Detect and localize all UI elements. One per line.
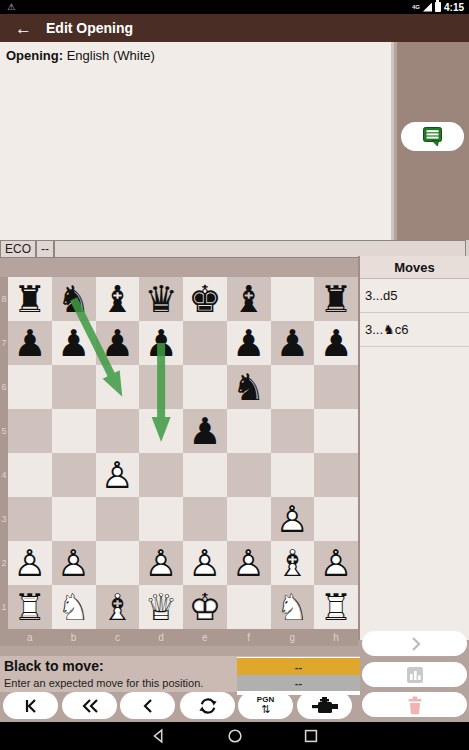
back-move-button[interactable]	[120, 692, 175, 719]
black-bishop: ♝	[96, 277, 140, 321]
move-item[interactable]: 3...d5	[360, 279, 469, 313]
white-rook: ♖	[8, 585, 52, 629]
rank-label-6: 6	[0, 365, 8, 409]
stats-button[interactable]	[362, 662, 467, 687]
square-d2[interactable]: ♙	[139, 541, 183, 585]
score-bottom-bar: --	[237, 675, 360, 691]
square-c8[interactable]: ♝	[96, 277, 140, 321]
square-h4[interactable]	[314, 453, 358, 497]
square-g4[interactable]	[271, 453, 315, 497]
nav-back-icon[interactable]	[150, 727, 168, 745]
score-top-bar: --	[237, 658, 360, 675]
skip-to-start-icon	[20, 696, 42, 716]
square-b1[interactable]: ♘	[52, 585, 96, 629]
opening-label: Opening:	[6, 48, 63, 63]
eco-value[interactable]: --	[36, 240, 54, 258]
board-zone: 87654321 ♜♞♝♛♚♝♜♟♟♟♟♟♟♟♞♟♙♙♙♙♙♙♙♗♙♖♘♗♕♔♘…	[0, 277, 358, 646]
white-queen: ♕	[139, 585, 183, 629]
square-h3[interactable]	[314, 497, 358, 541]
white-pawn: ♙	[271, 497, 315, 541]
engine-button[interactable]	[297, 692, 352, 719]
file-label-g: g	[271, 629, 315, 646]
white-bishop: ♗	[271, 541, 315, 585]
rank-label-3: 3	[0, 497, 8, 541]
square-h1[interactable]: ♖	[314, 585, 358, 629]
chevron-left-icon	[137, 696, 159, 716]
chevron-right-icon	[405, 635, 425, 653]
black-queen: ♛	[139, 277, 183, 321]
square-b7[interactable]: ♟	[52, 321, 96, 365]
flip-refresh-button[interactable]	[180, 692, 235, 719]
square-a5[interactable]	[8, 409, 52, 453]
square-a4[interactable]	[8, 453, 52, 497]
square-g8[interactable]	[271, 277, 315, 321]
white-pawn: ♙	[8, 541, 52, 585]
square-f5[interactable]	[227, 409, 271, 453]
square-e6[interactable]	[183, 365, 227, 409]
square-h5[interactable]	[314, 409, 358, 453]
rank-label-1: 1	[0, 585, 8, 629]
square-c3[interactable]	[96, 497, 140, 541]
edit-opening-screen: { "status_bar": { "time": "4:15", "signa…	[0, 0, 469, 750]
white-pawn: ♙	[227, 541, 271, 585]
square-b3[interactable]	[52, 497, 96, 541]
chess-board[interactable]: ♜♞♝♛♚♝♜♟♟♟♟♟♟♟♞♟♙♙♙♙♙♙♙♗♙♖♘♗♕♔♘♖	[8, 277, 358, 629]
pgn-button[interactable]: PGN ⇅	[238, 692, 293, 719]
moves-panel-title: Moves	[360, 256, 469, 279]
white-knight: ♘	[271, 585, 315, 629]
square-h6[interactable]	[314, 365, 358, 409]
square-f6[interactable]: ♞	[227, 365, 271, 409]
file-label-f: f	[227, 629, 271, 646]
rank-label-8: 8	[0, 277, 8, 321]
square-a1[interactable]: ♖	[8, 585, 52, 629]
square-b4[interactable]	[52, 453, 96, 497]
signal-icon	[423, 3, 432, 12]
square-e7[interactable]	[183, 321, 227, 365]
file-label-d: d	[139, 629, 183, 646]
page-title: Edit Opening	[46, 20, 133, 36]
file-label-h: h	[314, 629, 358, 646]
square-g1[interactable]: ♘	[271, 585, 315, 629]
black-pawn: ♟	[96, 321, 140, 365]
square-e5[interactable]: ♟	[183, 409, 227, 453]
bar-chart-icon	[405, 666, 425, 684]
square-c2[interactable]	[96, 541, 140, 585]
file-label-b: b	[52, 629, 96, 646]
warning-icon: ⚠	[7, 3, 15, 12]
white-pawn: ♙	[314, 541, 358, 585]
square-c5[interactable]	[96, 409, 140, 453]
black-knight: ♞	[227, 365, 271, 409]
square-f4[interactable]	[227, 453, 271, 497]
nav-recents-icon[interactable]	[302, 727, 320, 745]
square-h8[interactable]: ♜	[314, 277, 358, 321]
score-card: -- --	[237, 657, 360, 695]
square-a7[interactable]: ♟	[8, 321, 52, 365]
white-knight: ♘	[52, 585, 96, 629]
double-chevron-left-icon	[78, 696, 102, 716]
file-label-c: c	[96, 629, 140, 646]
file-label-a: a	[8, 629, 52, 646]
black-rook: ♜	[314, 277, 358, 321]
square-c4[interactable]: ♙	[96, 453, 140, 497]
signal-4g-label: 4G	[412, 4, 420, 10]
refresh-icon	[197, 695, 219, 717]
go-to-start-button[interactable]	[3, 692, 58, 719]
rank-label-2: 2	[0, 541, 8, 585]
square-b5[interactable]	[52, 409, 96, 453]
square-d8[interactable]: ♛	[139, 277, 183, 321]
square-f3[interactable]	[227, 497, 271, 541]
move-item[interactable]: 3...♞c6	[360, 313, 469, 347]
clock-time: 4:15	[444, 2, 464, 13]
back-arrow-icon[interactable]: ←	[15, 20, 32, 37]
square-f7[interactable]: ♟	[227, 321, 271, 365]
square-b6[interactable]	[52, 365, 96, 409]
square-e1[interactable]: ♔	[183, 585, 227, 629]
square-c6[interactable]	[96, 365, 140, 409]
square-g7[interactable]: ♟	[271, 321, 315, 365]
trash-icon	[406, 695, 424, 715]
square-c1[interactable]: ♗	[96, 585, 140, 629]
status-bar: ⚠ 4G 4:15	[0, 0, 469, 14]
square-e8[interactable]: ♚	[183, 277, 227, 321]
black-pawn: ♟	[139, 321, 183, 365]
square-b8[interactable]: ♞	[52, 277, 96, 321]
nav-home-icon[interactable]	[226, 727, 244, 745]
square-d7[interactable]: ♟	[139, 321, 183, 365]
opening-description-panel[interactable]: Opening: English (White)	[0, 42, 394, 240]
white-rook: ♖	[314, 585, 358, 629]
comment-icon	[421, 125, 444, 148]
black-rook: ♜	[8, 277, 52, 321]
moves-panel: Moves 3...d53...♞c6	[358, 256, 469, 640]
file-labels: abcdefgh	[8, 629, 358, 646]
black-bishop: ♝	[227, 277, 271, 321]
square-e3[interactable]	[183, 497, 227, 541]
square-f1[interactable]	[227, 585, 271, 629]
file-label-e: e	[183, 629, 227, 646]
square-d1[interactable]: ♕	[139, 585, 183, 629]
black-pawn: ♟	[271, 321, 315, 365]
square-d4[interactable]	[139, 453, 183, 497]
square-d5[interactable]	[139, 409, 183, 453]
fast-back-button[interactable]	[62, 692, 117, 719]
white-pawn: ♙	[96, 453, 140, 497]
app-bar: ← Edit Opening	[0, 14, 469, 42]
square-f8[interactable]: ♝	[227, 277, 271, 321]
rank-label-5: 5	[0, 409, 8, 453]
turn-hint: Enter an expected move for this position…	[4, 677, 203, 689]
black-pawn: ♟	[8, 321, 52, 365]
square-e2[interactable]: ♙	[183, 541, 227, 585]
black-pawn: ♟	[183, 409, 227, 453]
square-c7[interactable]: ♟	[96, 321, 140, 365]
rank-labels: 87654321	[0, 277, 8, 629]
rank-label-7: 7	[0, 321, 8, 365]
square-f2[interactable]: ♙	[227, 541, 271, 585]
pgn-updown-icon: ⇅	[261, 704, 270, 715]
square-h2[interactable]: ♙	[314, 541, 358, 585]
square-d3[interactable]	[139, 497, 183, 541]
black-king: ♚	[183, 277, 227, 321]
turn-label: Black to move:	[4, 658, 104, 674]
square-a2[interactable]: ♙	[8, 541, 52, 585]
square-g2[interactable]: ♗	[271, 541, 315, 585]
black-pawn: ♟	[52, 321, 96, 365]
white-pawn: ♙	[183, 541, 227, 585]
rank-label-4: 4	[0, 453, 8, 497]
square-a3[interactable]	[8, 497, 52, 541]
black-pawn: ♟	[314, 321, 358, 365]
black-knight: ♞	[52, 277, 96, 321]
delete-button[interactable]	[362, 692, 467, 717]
battery-icon	[435, 2, 441, 12]
square-g5[interactable]	[271, 409, 315, 453]
white-king: ♔	[183, 585, 227, 629]
android-nav-bar	[0, 722, 469, 750]
square-g6[interactable]	[271, 365, 315, 409]
square-a8[interactable]: ♜	[8, 277, 52, 321]
square-d6[interactable]	[139, 365, 183, 409]
comment-button[interactable]	[401, 122, 464, 151]
forward-move-button[interactable]	[362, 631, 467, 656]
white-pawn: ♙	[139, 541, 183, 585]
square-e4[interactable]	[183, 453, 227, 497]
white-bishop: ♗	[96, 585, 140, 629]
square-a6[interactable]	[8, 365, 52, 409]
white-pawn: ♙	[52, 541, 96, 585]
eco-label: ECO	[0, 240, 36, 258]
opening-value: English (White)	[67, 48, 155, 63]
moves-list[interactable]: 3...d53...♞c6	[360, 279, 469, 347]
square-b2[interactable]: ♙	[52, 541, 96, 585]
square-h7[interactable]: ♟	[314, 321, 358, 365]
engine-icon	[312, 696, 338, 715]
black-pawn: ♟	[227, 321, 271, 365]
square-g3[interactable]: ♙	[271, 497, 315, 541]
